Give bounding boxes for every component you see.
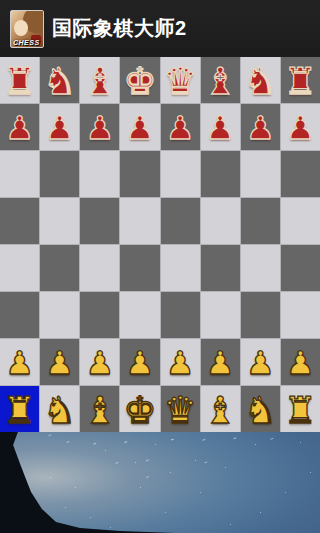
square-d7[interactable]: ♟ bbox=[120, 104, 159, 150]
piece-red-pawn: ♟ bbox=[45, 112, 74, 144]
piece-gold-rook: ♜ bbox=[284, 392, 317, 429]
app-icon-art bbox=[14, 20, 28, 36]
piece-gold-pawn: ♟ bbox=[85, 347, 114, 379]
piece-gold-pawn: ♟ bbox=[286, 347, 315, 379]
piece-gold-knight: ♞ bbox=[43, 392, 76, 429]
piece-gold-bishop: ♝ bbox=[83, 392, 116, 429]
square-c5[interactable] bbox=[80, 198, 119, 244]
square-d1[interactable]: ♚ bbox=[120, 386, 159, 432]
square-d5[interactable] bbox=[120, 198, 159, 244]
square-h5[interactable] bbox=[281, 198, 320, 244]
square-f8[interactable]: ♝ bbox=[201, 57, 240, 103]
app-screen: CHESS 国际象棋大师2 ♜♞♝♚♛♝♞♜♟♟♟♟♟♟♟♟♟♟♟♟♟♟♟♟♜♞… bbox=[0, 0, 320, 533]
square-b1[interactable]: ♞ bbox=[40, 386, 79, 432]
square-d3[interactable] bbox=[120, 292, 159, 338]
square-h8[interactable]: ♜ bbox=[281, 57, 320, 103]
square-b4[interactable] bbox=[40, 245, 79, 291]
square-e7[interactable]: ♟ bbox=[161, 104, 200, 150]
square-a2[interactable]: ♟ bbox=[0, 339, 39, 385]
piece-gold-pawn: ♟ bbox=[45, 347, 74, 379]
piece-gold-bishop: ♝ bbox=[204, 392, 237, 429]
square-f2[interactable]: ♟ bbox=[201, 339, 240, 385]
square-d4[interactable] bbox=[120, 245, 159, 291]
piece-red-king: ♚ bbox=[123, 63, 156, 100]
square-c8[interactable]: ♝ bbox=[80, 57, 119, 103]
piece-red-rook: ♜ bbox=[3, 63, 36, 100]
title-bar: CHESS 国际象棋大师2 bbox=[0, 0, 320, 57]
square-b3[interactable] bbox=[40, 292, 79, 338]
piece-red-pawn: ♟ bbox=[166, 112, 195, 144]
square-d6[interactable] bbox=[120, 151, 159, 197]
square-h4[interactable] bbox=[281, 245, 320, 291]
piece-gold-knight: ♞ bbox=[244, 392, 277, 429]
background-photo bbox=[0, 432, 320, 533]
piece-red-bishop: ♝ bbox=[204, 63, 237, 100]
square-e1[interactable]: ♛ bbox=[161, 386, 200, 432]
square-b2[interactable]: ♟ bbox=[40, 339, 79, 385]
piece-red-pawn: ♟ bbox=[85, 112, 114, 144]
mountain-silhouette bbox=[0, 432, 320, 533]
square-f3[interactable] bbox=[201, 292, 240, 338]
square-g2[interactable]: ♟ bbox=[241, 339, 280, 385]
square-c1[interactable]: ♝ bbox=[80, 386, 119, 432]
piece-red-knight: ♞ bbox=[244, 63, 277, 100]
piece-red-pawn: ♟ bbox=[5, 112, 34, 144]
square-a4[interactable] bbox=[0, 245, 39, 291]
square-d8[interactable]: ♚ bbox=[120, 57, 159, 103]
square-e4[interactable] bbox=[161, 245, 200, 291]
piece-red-queen: ♛ bbox=[163, 63, 196, 100]
square-a3[interactable] bbox=[0, 292, 39, 338]
square-e5[interactable] bbox=[161, 198, 200, 244]
square-f5[interactable] bbox=[201, 198, 240, 244]
square-a5[interactable] bbox=[0, 198, 39, 244]
square-c7[interactable]: ♟ bbox=[80, 104, 119, 150]
square-e8[interactable]: ♛ bbox=[161, 57, 200, 103]
square-g7[interactable]: ♟ bbox=[241, 104, 280, 150]
piece-gold-queen: ♛ bbox=[163, 392, 196, 429]
square-f4[interactable] bbox=[201, 245, 240, 291]
square-g1[interactable]: ♞ bbox=[241, 386, 280, 432]
piece-gold-king: ♚ bbox=[123, 392, 156, 429]
piece-gold-pawn: ♟ bbox=[246, 347, 275, 379]
square-f6[interactable] bbox=[201, 151, 240, 197]
app-icon-label: CHESS bbox=[13, 39, 40, 46]
square-e6[interactable] bbox=[161, 151, 200, 197]
square-h2[interactable]: ♟ bbox=[281, 339, 320, 385]
square-a1[interactable]: ♜ bbox=[0, 386, 39, 432]
piece-red-rook: ♜ bbox=[284, 63, 317, 100]
square-h7[interactable]: ♟ bbox=[281, 104, 320, 150]
piece-gold-rook: ♜ bbox=[3, 392, 36, 429]
square-e3[interactable] bbox=[161, 292, 200, 338]
piece-red-bishop: ♝ bbox=[83, 63, 116, 100]
app-title: 国际象棋大师2 bbox=[52, 15, 187, 42]
app-icon: CHESS bbox=[10, 10, 44, 48]
square-c4[interactable] bbox=[80, 245, 119, 291]
square-a8[interactable]: ♜ bbox=[0, 57, 39, 103]
square-h3[interactable] bbox=[281, 292, 320, 338]
square-b7[interactable]: ♟ bbox=[40, 104, 79, 150]
piece-gold-pawn: ♟ bbox=[206, 347, 235, 379]
chess-board: ♜♞♝♚♛♝♞♜♟♟♟♟♟♟♟♟♟♟♟♟♟♟♟♟♜♞♝♚♛♝♞♜ bbox=[0, 57, 320, 432]
square-c6[interactable] bbox=[80, 151, 119, 197]
piece-red-pawn: ♟ bbox=[206, 112, 235, 144]
square-f7[interactable]: ♟ bbox=[201, 104, 240, 150]
square-h6[interactable] bbox=[281, 151, 320, 197]
square-c2[interactable]: ♟ bbox=[80, 339, 119, 385]
square-a7[interactable]: ♟ bbox=[0, 104, 39, 150]
square-b5[interactable] bbox=[40, 198, 79, 244]
square-g8[interactable]: ♞ bbox=[241, 57, 280, 103]
square-g3[interactable] bbox=[241, 292, 280, 338]
square-b8[interactable]: ♞ bbox=[40, 57, 79, 103]
piece-gold-pawn: ♟ bbox=[5, 347, 34, 379]
square-a6[interactable] bbox=[0, 151, 39, 197]
piece-red-knight: ♞ bbox=[43, 63, 76, 100]
square-b6[interactable] bbox=[40, 151, 79, 197]
piece-red-pawn: ♟ bbox=[286, 112, 315, 144]
square-g5[interactable] bbox=[241, 198, 280, 244]
square-c3[interactable] bbox=[80, 292, 119, 338]
square-d2[interactable]: ♟ bbox=[120, 339, 159, 385]
piece-red-pawn: ♟ bbox=[246, 112, 275, 144]
square-g4[interactable] bbox=[241, 245, 280, 291]
square-f1[interactable]: ♝ bbox=[201, 386, 240, 432]
square-e2[interactable]: ♟ bbox=[161, 339, 200, 385]
square-h1[interactable]: ♜ bbox=[281, 386, 320, 432]
piece-gold-pawn: ♟ bbox=[126, 347, 155, 379]
piece-red-pawn: ♟ bbox=[126, 112, 155, 144]
piece-gold-pawn: ♟ bbox=[166, 347, 195, 379]
square-g6[interactable] bbox=[241, 151, 280, 197]
